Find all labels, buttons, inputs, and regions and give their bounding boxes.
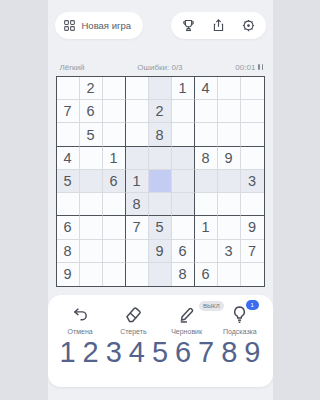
sudoku-cell-r2c6[interactable]: [172, 100, 195, 123]
sudoku-cell-r5c7[interactable]: [195, 170, 218, 193]
numpad-8[interactable]: 8: [221, 337, 237, 369]
sudoku-cell-r8c6[interactable]: 6: [172, 240, 195, 263]
sudoku-cell-r2c4[interactable]: [126, 100, 149, 123]
new-game-label: Новая игра: [82, 20, 132, 31]
erase-label: Стереть: [120, 328, 146, 335]
sudoku-cell-r8c9[interactable]: 7: [241, 240, 264, 263]
difficulty-label: Лёгкий: [60, 63, 85, 72]
sudoku-cell-r1c4[interactable]: [126, 77, 149, 100]
mistakes-counter: Ошибки: 0/3: [137, 63, 182, 72]
numpad-3[interactable]: 3: [106, 337, 122, 369]
sudoku-cell-r5c3[interactable]: 6: [103, 170, 126, 193]
sudoku-cell-r1c7[interactable]: 4: [195, 77, 218, 100]
eraser-icon: [123, 304, 144, 325]
numpad-6[interactable]: 6: [175, 337, 191, 369]
sudoku-cell-r6c1[interactable]: [57, 193, 80, 216]
sudoku-cell-r9c2[interactable]: [80, 263, 103, 286]
sudoku-cell-r5c1[interactable]: 5: [57, 170, 80, 193]
sudoku-cell-r1c8[interactable]: [218, 77, 241, 100]
numpad-7[interactable]: 7: [198, 337, 214, 369]
numpad-2[interactable]: 2: [83, 337, 99, 369]
sudoku-cell-r4c7[interactable]: 8: [195, 147, 218, 170]
sudoku-cell-r7c9[interactable]: 9: [241, 216, 264, 239]
sudoku-cell-r6c4[interactable]: 8: [126, 193, 149, 216]
sudoku-cell-r3c6[interactable]: [172, 123, 195, 146]
topbar-actions: [171, 12, 266, 39]
sudoku-cell-r3c5[interactable]: 8: [149, 123, 172, 146]
sudoku-cell-r2c3[interactable]: [103, 100, 126, 123]
new-game-grid-icon: [63, 19, 76, 32]
settings-icon[interactable]: [240, 17, 257, 34]
sudoku-cell-r2c5[interactable]: 2: [149, 100, 172, 123]
undo-icon: [70, 304, 91, 325]
sudoku-cell-r3c7[interactable]: [195, 123, 218, 146]
sudoku-cell-r1c9[interactable]: [241, 77, 264, 100]
trophy-icon[interactable]: [180, 17, 197, 34]
sudoku-cell-r2c8[interactable]: [218, 100, 241, 123]
sudoku-cell-r8c8[interactable]: 3: [218, 240, 241, 263]
sudoku-cell-r2c9[interactable]: [241, 100, 264, 123]
sudoku-cell-r5c6[interactable]: [172, 170, 195, 193]
sudoku-cell-r9c9[interactable]: [241, 263, 264, 286]
sudoku-cell-r3c8[interactable]: [218, 123, 241, 146]
sudoku-cell-r4c8[interactable]: 9: [218, 147, 241, 170]
sudoku-cell-r3c1[interactable]: [57, 123, 80, 146]
sudoku-cell-r9c4[interactable]: [126, 263, 149, 286]
sudoku-cell-r4c1[interactable]: 4: [57, 147, 80, 170]
pause-icon[interactable]: [258, 64, 263, 71]
sudoku-cell-r5c5[interactable]: [149, 170, 172, 193]
sudoku-cell-r2c2[interactable]: 6: [80, 100, 103, 123]
share-icon[interactable]: [210, 17, 227, 34]
numpad-4[interactable]: 4: [129, 337, 145, 369]
erase-button[interactable]: Стереть: [108, 304, 158, 335]
numpad-9[interactable]: 9: [244, 337, 260, 369]
sudoku-cell-r7c6[interactable]: [172, 216, 195, 239]
sudoku-cell-r7c8[interactable]: [218, 216, 241, 239]
sudoku-cell-r7c5[interactable]: 5: [149, 216, 172, 239]
sudoku-cell-r6c8[interactable]: [218, 193, 241, 216]
sudoku-cell-r4c4[interactable]: [126, 147, 149, 170]
sudoku-cell-r4c6[interactable]: [172, 147, 195, 170]
timer: 00:01: [235, 63, 255, 72]
sudoku-cell-r1c5[interactable]: [149, 77, 172, 100]
notes-button[interactable]: ВЫКЛ Черновик: [162, 304, 212, 335]
sudoku-cell-r2c1[interactable]: 7: [57, 100, 80, 123]
sudoku-cell-r8c1[interactable]: 8: [57, 240, 80, 263]
sudoku-cell-r6c3[interactable]: [103, 193, 126, 216]
sudoku-cell-r9c3[interactable]: [103, 263, 126, 286]
sudoku-cell-r6c2[interactable]: [80, 193, 103, 216]
sudoku-cell-r7c2[interactable]: [80, 216, 103, 239]
notes-label: Черновик: [171, 328, 202, 335]
new-game-button[interactable]: Новая игра: [55, 12, 144, 39]
pencil-icon: [176, 304, 197, 325]
sudoku-cell-r1c1[interactable]: [57, 77, 80, 100]
sudoku-cell-r3c3[interactable]: [103, 123, 126, 146]
hint-label: Подсказка: [223, 328, 257, 335]
undo-label: Отмена: [68, 328, 93, 335]
sudoku-cell-r4c9[interactable]: [241, 147, 264, 170]
sudoku-cell-r1c6[interactable]: 1: [172, 77, 195, 100]
sudoku-cell-r5c2[interactable]: [80, 170, 103, 193]
sudoku-cell-r6c5[interactable]: [149, 193, 172, 216]
sudoku-cell-r7c1[interactable]: 6: [57, 216, 80, 239]
sudoku-cell-r8c7[interactable]: [195, 240, 218, 263]
sudoku-cell-r8c4[interactable]: [126, 240, 149, 263]
sudoku-cell-r5c9[interactable]: 3: [241, 170, 264, 193]
sudoku-cell-r9c5[interactable]: [149, 263, 172, 286]
sudoku-cell-r3c2[interactable]: 5: [80, 123, 103, 146]
numpad: 123456789: [48, 335, 273, 369]
sudoku-cell-r9c7[interactable]: 6: [195, 263, 218, 286]
sudoku-cell-r4c2[interactable]: [80, 147, 103, 170]
numpad-5[interactable]: 5: [152, 337, 168, 369]
sudoku-cell-r4c3[interactable]: 1: [103, 147, 126, 170]
sudoku-cell-r8c5[interactable]: 9: [149, 240, 172, 263]
status-bar: Лёгкий Ошибки: 0/3 00:01: [60, 61, 264, 73]
numpad-1[interactable]: 1: [60, 337, 76, 369]
sudoku-cell-r7c3[interactable]: [103, 216, 126, 239]
sudoku-cell-r5c4[interactable]: 1: [126, 170, 149, 193]
top-bar: Новая игра: [55, 12, 266, 39]
sudoku-cell-r9c1[interactable]: 9: [57, 263, 80, 286]
sudoku-app: Новая игра: [48, 0, 273, 400]
hint-badge: 1: [246, 300, 259, 310]
sudoku-cell-r6c7[interactable]: [195, 193, 218, 216]
sudoku-cell-r1c3[interactable]: [103, 77, 126, 100]
sudoku-cell-r2c7[interactable]: [195, 100, 218, 123]
sudoku-cell-r1c2[interactable]: 2: [80, 77, 103, 100]
sudoku-cell-r6c6[interactable]: [172, 193, 195, 216]
hint-button[interactable]: 1 Подсказка: [215, 304, 265, 335]
sudoku-cell-r8c2[interactable]: [80, 240, 103, 263]
undo-button[interactable]: Отмена: [55, 304, 105, 335]
sudoku-cell-r9c6[interactable]: 8: [172, 263, 195, 286]
bottom-panel: Отмена Стереть ВЫКЛ: [48, 295, 273, 387]
sudoku-cell-r4c5[interactable]: [149, 147, 172, 170]
sudoku-cell-r9c8[interactable]: [218, 263, 241, 286]
sudoku-board: 214762584189561386751989637986: [56, 76, 265, 287]
sudoku-cell-r3c4[interactable]: [126, 123, 149, 146]
toolbar: Отмена Стереть ВЫКЛ: [48, 295, 273, 335]
sudoku-cell-r5c8[interactable]: [218, 170, 241, 193]
sudoku-cell-r7c7[interactable]: 1: [195, 216, 218, 239]
sudoku-cell-r3c9[interactable]: [241, 123, 264, 146]
sudoku-cell-r8c3[interactable]: [103, 240, 126, 263]
sudoku-cell-r6c9[interactable]: [241, 193, 264, 216]
sudoku-cell-r7c4[interactable]: 7: [126, 216, 149, 239]
